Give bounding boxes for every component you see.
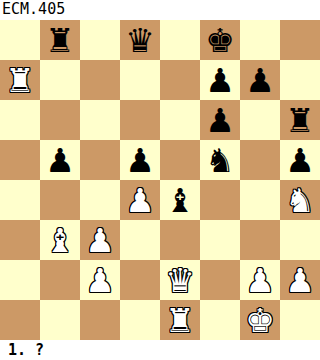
square-e5[interactable] <box>160 140 200 180</box>
black-knight-icon: ♞ <box>205 144 235 177</box>
white-rook-icon: ♜ <box>5 64 35 97</box>
square-a3[interactable] <box>0 220 40 260</box>
square-g8[interactable] <box>240 20 280 60</box>
square-c1[interactable] <box>80 300 120 340</box>
square-e8[interactable] <box>160 20 200 60</box>
square-d2[interactable] <box>120 260 160 300</box>
black-rook-icon: ♜ <box>45 24 75 57</box>
square-c4[interactable] <box>80 180 120 220</box>
black-pawn-icon: ♟ <box>245 64 275 97</box>
square-a8[interactable] <box>0 20 40 60</box>
white-rook-icon: ♜ <box>165 304 195 337</box>
square-e3[interactable] <box>160 220 200 260</box>
square-g6[interactable] <box>240 100 280 140</box>
black-pawn-icon: ♟ <box>205 104 235 137</box>
square-f3[interactable] <box>200 220 240 260</box>
square-d4[interactable]: ♟ <box>120 180 160 220</box>
square-c2[interactable]: ♟ <box>80 260 120 300</box>
square-f6[interactable]: ♟ <box>200 100 240 140</box>
square-d8[interactable]: ♛ <box>120 20 160 60</box>
white-queen-icon: ♛ <box>165 264 195 297</box>
white-bishop-icon: ♝ <box>45 224 75 257</box>
square-h8[interactable] <box>280 20 320 60</box>
square-d1[interactable] <box>120 300 160 340</box>
square-g3[interactable] <box>240 220 280 260</box>
square-e1[interactable]: ♜ <box>160 300 200 340</box>
black-rook-icon: ♜ <box>285 104 315 137</box>
square-b1[interactable] <box>40 300 80 340</box>
square-c3[interactable]: ♟ <box>80 220 120 260</box>
chess-board: ♜♛♚♜♟♟♟♜♟♟♞♟♟♝♞♝♟♟♛♟♟♜♚ <box>0 20 320 340</box>
square-h2[interactable]: ♟ <box>280 260 320 300</box>
white-pawn-icon: ♟ <box>285 264 315 297</box>
black-pawn-icon: ♟ <box>45 144 75 177</box>
black-pawn-icon: ♟ <box>125 144 155 177</box>
square-g4[interactable] <box>240 180 280 220</box>
square-e7[interactable] <box>160 60 200 100</box>
square-c5[interactable] <box>80 140 120 180</box>
move-prompt: 1. ? <box>0 340 320 360</box>
square-a5[interactable] <box>0 140 40 180</box>
square-b5[interactable]: ♟ <box>40 140 80 180</box>
square-a1[interactable] <box>0 300 40 340</box>
square-c6[interactable] <box>80 100 120 140</box>
square-e2[interactable]: ♛ <box>160 260 200 300</box>
square-b6[interactable] <box>40 100 80 140</box>
square-a6[interactable] <box>0 100 40 140</box>
square-c7[interactable] <box>80 60 120 100</box>
square-h5[interactable]: ♟ <box>280 140 320 180</box>
square-b4[interactable] <box>40 180 80 220</box>
black-bishop-icon: ♝ <box>165 184 195 217</box>
square-f1[interactable] <box>200 300 240 340</box>
square-h4[interactable]: ♞ <box>280 180 320 220</box>
square-h6[interactable]: ♜ <box>280 100 320 140</box>
black-pawn-icon: ♟ <box>285 144 315 177</box>
square-f5[interactable]: ♞ <box>200 140 240 180</box>
black-pawn-icon: ♟ <box>205 64 235 97</box>
square-h7[interactable] <box>280 60 320 100</box>
square-e4[interactable]: ♝ <box>160 180 200 220</box>
white-pawn-icon: ♟ <box>85 224 115 257</box>
square-a4[interactable] <box>0 180 40 220</box>
square-f8[interactable]: ♚ <box>200 20 240 60</box>
white-pawn-icon: ♟ <box>85 264 115 297</box>
square-d6[interactable] <box>120 100 160 140</box>
square-b3[interactable]: ♝ <box>40 220 80 260</box>
square-g2[interactable]: ♟ <box>240 260 280 300</box>
black-queen-icon: ♛ <box>125 24 155 57</box>
square-g7[interactable]: ♟ <box>240 60 280 100</box>
square-a2[interactable] <box>0 260 40 300</box>
square-c8[interactable] <box>80 20 120 60</box>
square-b2[interactable] <box>40 260 80 300</box>
white-king-icon: ♚ <box>245 304 275 337</box>
square-d7[interactable] <box>120 60 160 100</box>
square-b7[interactable] <box>40 60 80 100</box>
problem-title: ECM.405 <box>0 0 320 20</box>
square-e6[interactable] <box>160 100 200 140</box>
square-f4[interactable] <box>200 180 240 220</box>
square-a7[interactable]: ♜ <box>0 60 40 100</box>
white-pawn-icon: ♟ <box>125 184 155 217</box>
white-knight-icon: ♞ <box>285 184 315 217</box>
square-f2[interactable] <box>200 260 240 300</box>
square-h3[interactable] <box>280 220 320 260</box>
square-f7[interactable]: ♟ <box>200 60 240 100</box>
square-g5[interactable] <box>240 140 280 180</box>
square-d3[interactable] <box>120 220 160 260</box>
square-d5[interactable]: ♟ <box>120 140 160 180</box>
square-g1[interactable]: ♚ <box>240 300 280 340</box>
white-pawn-icon: ♟ <box>245 264 275 297</box>
black-king-icon: ♚ <box>205 24 235 57</box>
square-b8[interactable]: ♜ <box>40 20 80 60</box>
square-h1[interactable] <box>280 300 320 340</box>
